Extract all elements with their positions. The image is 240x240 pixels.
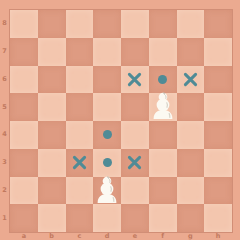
rank-label-3: 3 (0, 159, 9, 166)
square-b7[interactable] (38, 38, 66, 66)
square-d6[interactable] (93, 66, 121, 94)
square-d2[interactable] (93, 177, 121, 205)
square-e6[interactable] (121, 66, 149, 94)
file-label-d: d (93, 233, 121, 240)
square-c8[interactable] (66, 10, 94, 38)
square-b5[interactable] (38, 93, 66, 121)
square-a7[interactable] (10, 38, 38, 66)
capture-x-icon-e6[interactable] (127, 72, 142, 87)
square-f1[interactable] (149, 204, 177, 232)
square-c2[interactable] (66, 177, 94, 205)
square-c6[interactable] (66, 66, 94, 94)
square-g6[interactable] (177, 66, 205, 94)
square-d8[interactable] (93, 10, 121, 38)
square-b8[interactable] (38, 10, 66, 38)
square-h5[interactable] (204, 93, 232, 121)
square-h3[interactable] (204, 149, 232, 177)
square-f6[interactable] (149, 66, 177, 94)
square-a8[interactable] (10, 10, 38, 38)
square-a5[interactable] (10, 93, 38, 121)
square-e8[interactable] (121, 10, 149, 38)
square-f8[interactable] (149, 10, 177, 38)
rank-label-2: 2 (0, 187, 9, 194)
square-h7[interactable] (204, 38, 232, 66)
square-g8[interactable] (177, 10, 205, 38)
rank-label-6: 6 (0, 76, 9, 83)
square-a3[interactable] (10, 149, 38, 177)
rank-label-4: 4 (0, 131, 9, 138)
white-pawn-d2[interactable] (95, 176, 119, 204)
move-dot-f6[interactable] (158, 75, 167, 84)
file-label-e: e (121, 233, 149, 240)
file-label-a: a (10, 233, 38, 240)
square-g2[interactable] (177, 177, 205, 205)
square-e7[interactable] (121, 38, 149, 66)
square-b2[interactable] (38, 177, 66, 205)
file-label-b: b (38, 233, 66, 240)
square-d3[interactable] (93, 149, 121, 177)
square-e2[interactable] (121, 177, 149, 205)
square-c4[interactable] (66, 121, 94, 149)
square-a1[interactable] (10, 204, 38, 232)
square-f7[interactable] (149, 38, 177, 66)
square-d7[interactable] (93, 38, 121, 66)
square-d1[interactable] (93, 204, 121, 232)
square-e5[interactable] (121, 93, 149, 121)
capture-x-icon-g6[interactable] (183, 72, 198, 87)
square-f2[interactable] (149, 177, 177, 205)
square-e1[interactable] (121, 204, 149, 232)
square-c3[interactable] (66, 149, 94, 177)
capture-x-icon-e3[interactable] (127, 155, 142, 170)
square-a6[interactable] (10, 66, 38, 94)
file-label-h: h (204, 233, 232, 240)
square-h4[interactable] (204, 121, 232, 149)
capture-x-icon-c3[interactable] (72, 155, 87, 170)
white-pawn-f5[interactable] (151, 92, 175, 120)
square-g1[interactable] (177, 204, 205, 232)
square-g5[interactable] (177, 93, 205, 121)
chess-board (10, 10, 232, 232)
square-e4[interactable] (121, 121, 149, 149)
square-f4[interactable] (149, 121, 177, 149)
square-h6[interactable] (204, 66, 232, 94)
file-label-c: c (66, 233, 94, 240)
square-c5[interactable] (66, 93, 94, 121)
move-dot-d4[interactable] (103, 130, 112, 139)
square-a2[interactable] (10, 177, 38, 205)
square-c1[interactable] (66, 204, 94, 232)
square-b3[interactable] (38, 149, 66, 177)
square-g3[interactable] (177, 149, 205, 177)
square-h2[interactable] (204, 177, 232, 205)
square-b6[interactable] (38, 66, 66, 94)
square-c7[interactable] (66, 38, 94, 66)
square-a4[interactable] (10, 121, 38, 149)
rank-label-1: 1 (0, 215, 9, 222)
square-f3[interactable] (149, 149, 177, 177)
square-d5[interactable] (93, 93, 121, 121)
rank-label-7: 7 (0, 48, 9, 55)
file-label-f: f (149, 233, 177, 240)
square-e3[interactable] (121, 149, 149, 177)
square-d4[interactable] (93, 121, 121, 149)
square-h8[interactable] (204, 10, 232, 38)
move-dot-d3[interactable] (103, 158, 112, 167)
square-g4[interactable] (177, 121, 205, 149)
square-h1[interactable] (204, 204, 232, 232)
square-f5[interactable] (149, 93, 177, 121)
chess-lesson-screen: 87654321abcdefgh (0, 0, 240, 240)
square-b1[interactable] (38, 204, 66, 232)
file-label-g: g (177, 233, 205, 240)
square-b4[interactable] (38, 121, 66, 149)
rank-label-8: 8 (0, 20, 9, 27)
square-g7[interactable] (177, 38, 205, 66)
rank-label-5: 5 (0, 104, 9, 111)
